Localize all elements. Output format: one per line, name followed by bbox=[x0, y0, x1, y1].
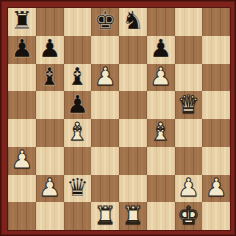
square-c4[interactable]: ♝ bbox=[64, 119, 92, 147]
square-e5[interactable] bbox=[119, 91, 147, 119]
square-f1[interactable] bbox=[147, 202, 175, 230]
square-b5[interactable] bbox=[36, 91, 64, 119]
square-a4[interactable] bbox=[8, 119, 36, 147]
square-f6[interactable]: ♟ bbox=[147, 64, 175, 92]
square-d1[interactable]: ♜ bbox=[91, 202, 119, 230]
square-b2[interactable]: ♟ bbox=[36, 175, 64, 203]
piece-black-knight[interactable]: ♞ bbox=[122, 8, 144, 33]
square-g8[interactable] bbox=[175, 8, 203, 36]
square-g4[interactable] bbox=[175, 119, 203, 147]
piece-white-bishop[interactable]: ♝ bbox=[149, 119, 171, 144]
square-f8[interactable] bbox=[147, 8, 175, 36]
square-a8[interactable]: ♜ bbox=[8, 8, 36, 36]
square-a6[interactable] bbox=[8, 64, 36, 92]
square-a3[interactable]: ♟ bbox=[8, 147, 36, 175]
square-b6[interactable]: ♝ bbox=[36, 64, 64, 92]
square-h3[interactable] bbox=[202, 147, 230, 175]
square-c8[interactable] bbox=[64, 8, 92, 36]
piece-white-pawn[interactable]: ♟ bbox=[205, 175, 227, 200]
square-h2[interactable]: ♟ bbox=[202, 175, 230, 203]
piece-black-rook[interactable]: ♜ bbox=[11, 8, 33, 33]
square-f5[interactable] bbox=[147, 91, 175, 119]
square-e4[interactable] bbox=[119, 119, 147, 147]
piece-white-queen[interactable]: ♛ bbox=[177, 92, 199, 117]
square-d3[interactable] bbox=[91, 147, 119, 175]
square-g2[interactable]: ♟ bbox=[175, 175, 203, 203]
square-d6[interactable]: ♟ bbox=[91, 64, 119, 92]
piece-white-bishop[interactable]: ♝ bbox=[66, 119, 88, 144]
square-b1[interactable] bbox=[36, 202, 64, 230]
piece-white-pawn[interactable]: ♟ bbox=[94, 64, 116, 89]
square-b7[interactable]: ♟ bbox=[36, 36, 64, 64]
square-c1[interactable] bbox=[64, 202, 92, 230]
square-c2[interactable]: ♛ bbox=[64, 175, 92, 203]
square-h8[interactable] bbox=[202, 8, 230, 36]
square-f4[interactable]: ♝ bbox=[147, 119, 175, 147]
square-d5[interactable] bbox=[91, 91, 119, 119]
square-c5[interactable]: ♟ bbox=[64, 91, 92, 119]
square-h5[interactable] bbox=[202, 91, 230, 119]
square-f7[interactable]: ♟ bbox=[147, 36, 175, 64]
piece-white-rook[interactable]: ♜ bbox=[94, 203, 116, 228]
square-b3[interactable] bbox=[36, 147, 64, 175]
square-e7[interactable] bbox=[119, 36, 147, 64]
square-e1[interactable]: ♜ bbox=[119, 202, 147, 230]
square-a2[interactable] bbox=[8, 175, 36, 203]
square-h6[interactable] bbox=[202, 64, 230, 92]
square-f3[interactable] bbox=[147, 147, 175, 175]
square-d2[interactable] bbox=[91, 175, 119, 203]
square-e8[interactable]: ♞ bbox=[119, 8, 147, 36]
piece-white-pawn[interactable]: ♟ bbox=[177, 175, 199, 200]
square-e2[interactable] bbox=[119, 175, 147, 203]
square-b4[interactable] bbox=[36, 119, 64, 147]
square-c3[interactable] bbox=[64, 147, 92, 175]
square-h4[interactable] bbox=[202, 119, 230, 147]
square-d4[interactable] bbox=[91, 119, 119, 147]
piece-black-bishop[interactable]: ♝ bbox=[66, 64, 88, 89]
piece-black-king[interactable]: ♚ bbox=[94, 8, 116, 33]
square-g6[interactable] bbox=[175, 64, 203, 92]
piece-white-pawn[interactable]: ♟ bbox=[38, 175, 60, 200]
square-h7[interactable] bbox=[202, 36, 230, 64]
square-c6[interactable]: ♝ bbox=[64, 64, 92, 92]
board-frame: ♜♚♞♟♟♟♝♝♟♟♟♛♝♝♟♟♛♟♟♜♜♚ bbox=[0, 0, 236, 236]
square-b8[interactable] bbox=[36, 8, 64, 36]
square-f2[interactable] bbox=[147, 175, 175, 203]
square-e3[interactable] bbox=[119, 147, 147, 175]
piece-black-queen[interactable]: ♛ bbox=[66, 175, 88, 200]
piece-black-pawn[interactable]: ♟ bbox=[38, 36, 60, 61]
piece-black-bishop[interactable]: ♝ bbox=[38, 64, 60, 89]
square-d8[interactable]: ♚ bbox=[91, 8, 119, 36]
piece-white-pawn[interactable]: ♟ bbox=[149, 64, 171, 89]
square-a5[interactable] bbox=[8, 91, 36, 119]
square-d7[interactable] bbox=[91, 36, 119, 64]
square-g3[interactable] bbox=[175, 147, 203, 175]
square-h1[interactable] bbox=[202, 202, 230, 230]
square-a1[interactable] bbox=[8, 202, 36, 230]
chess-board: ♜♚♞♟♟♟♝♝♟♟♟♛♝♝♟♟♛♟♟♜♜♚ bbox=[8, 8, 230, 230]
square-g5[interactable]: ♛ bbox=[175, 91, 203, 119]
piece-white-pawn[interactable]: ♟ bbox=[11, 147, 33, 172]
square-a7[interactable]: ♟ bbox=[8, 36, 36, 64]
square-g1[interactable]: ♚ bbox=[175, 202, 203, 230]
piece-white-king[interactable]: ♚ bbox=[177, 203, 199, 228]
piece-black-pawn[interactable]: ♟ bbox=[149, 36, 171, 61]
piece-white-rook[interactable]: ♜ bbox=[122, 203, 144, 228]
square-g7[interactable] bbox=[175, 36, 203, 64]
piece-black-pawn[interactable]: ♟ bbox=[11, 36, 33, 61]
square-c7[interactable] bbox=[64, 36, 92, 64]
piece-black-pawn[interactable]: ♟ bbox=[66, 92, 88, 117]
square-e6[interactable] bbox=[119, 64, 147, 92]
